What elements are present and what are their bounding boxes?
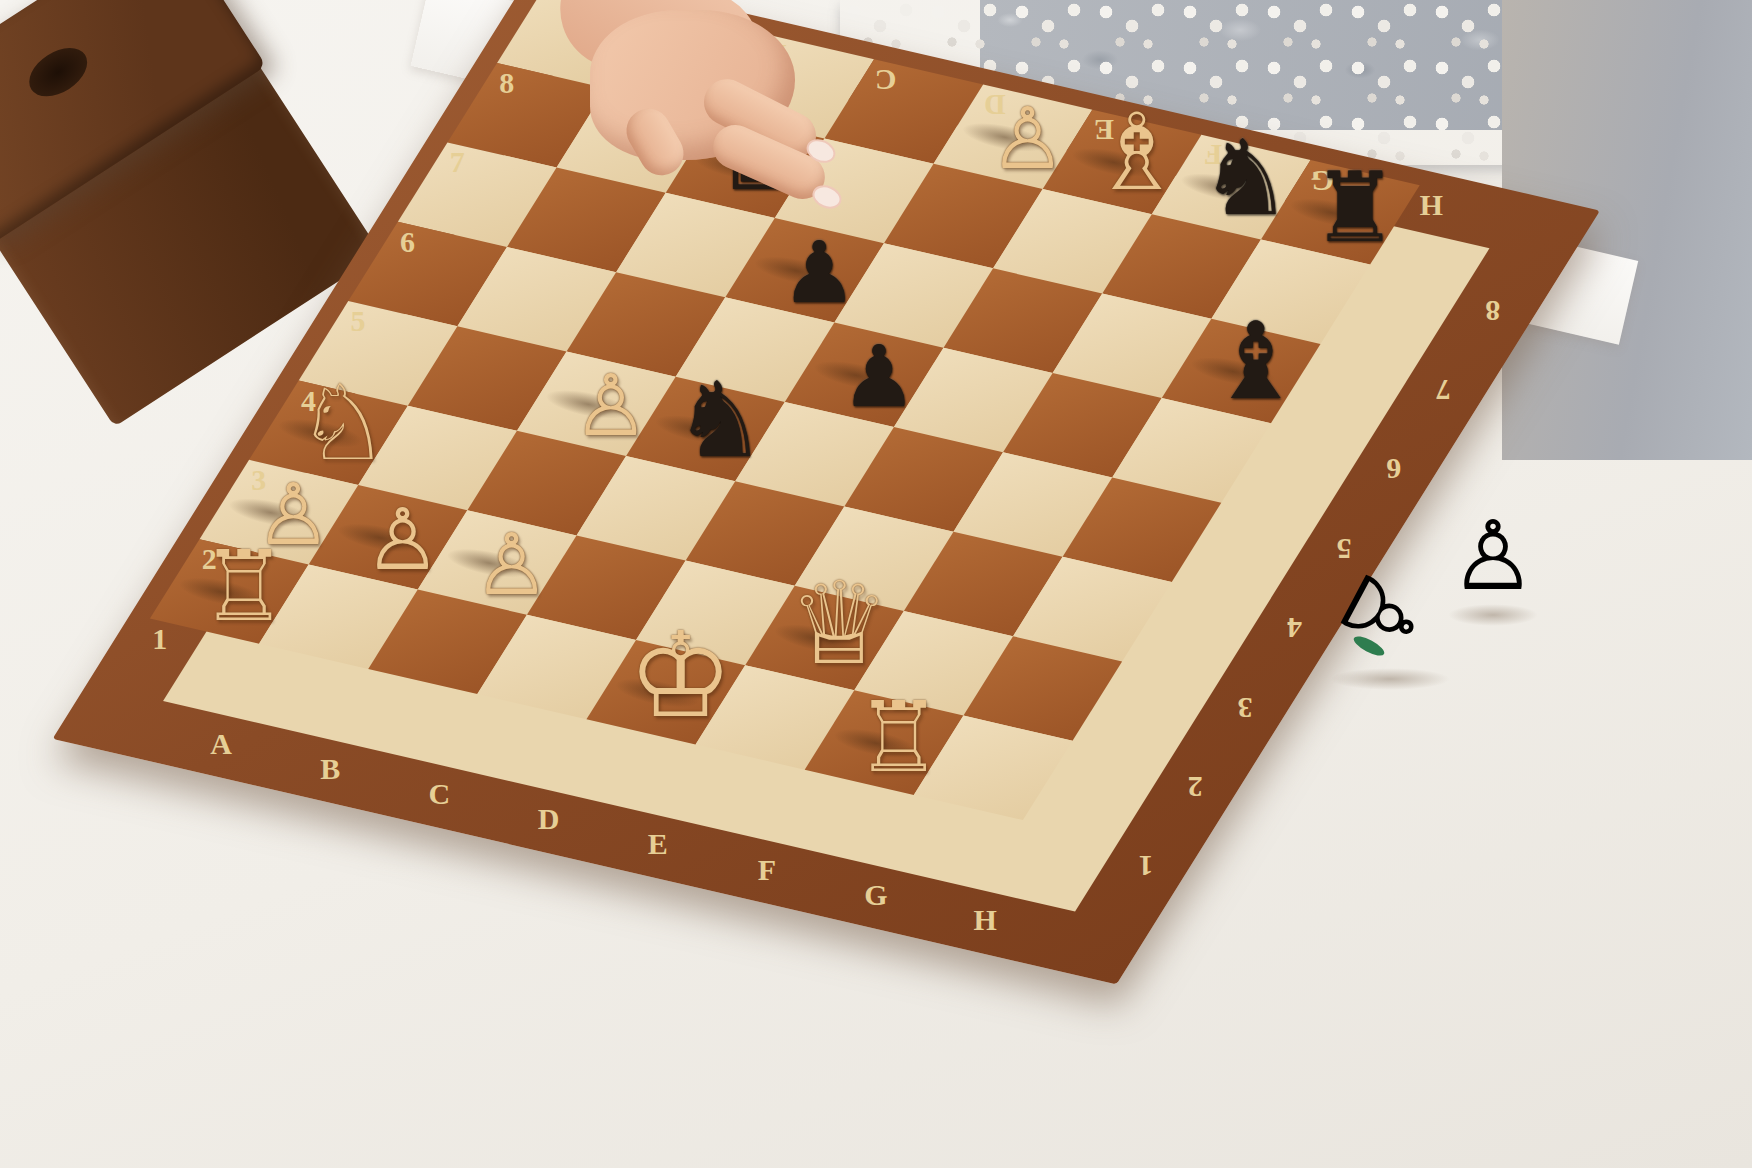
file-label-near-A: A [201, 724, 241, 764]
file-label-near-D: D [529, 799, 569, 839]
black-knight-icon: ♞ [1199, 117, 1292, 239]
rank-label-right-8: 8 [1473, 291, 1513, 331]
white-rook-icon: ♖ [200, 530, 287, 643]
black-pawn-icon: ♟ [841, 327, 917, 426]
white-bishop-icon: ♗ [1089, 91, 1184, 214]
white-rook-icon: ♖ [855, 681, 942, 794]
file-label-near-B: B [310, 749, 350, 789]
white-pawn-icon: ♙ [573, 356, 649, 455]
rank-label-right-2: 2 [1175, 767, 1215, 807]
black-rook-icon: ♜ [1311, 151, 1398, 264]
file-label-near-H: H [965, 900, 1005, 940]
piece-black-knight-d4[interactable]: ♞ [655, 331, 785, 481]
rank-label-right-6: 6 [1374, 449, 1414, 489]
white-pawn-icon: ♙ [474, 515, 550, 614]
rank-label-right-3: 3 [1225, 688, 1265, 728]
piece-black-rook-h8[interactable]: ♜ [1290, 114, 1420, 264]
tipped-pawn-shadow [1330, 668, 1450, 690]
piece-white-pawn-c2[interactable]: ♙ [447, 464, 577, 614]
off-board-pawn-standing[interactable]: white-pawn♙ [1450, 500, 1536, 612]
piece-black-pawn-e5[interactable]: ♟ [814, 276, 944, 426]
rank-label-left-8: 8 [487, 63, 527, 103]
black-bishop-icon: ♝ [1208, 300, 1303, 423]
photo-stage: ♛♙♗♞♜♚♟♝♟♙♞♘♙♙♙♕♖♔♖ AABBCCDDEEFFGGHH8877… [0, 0, 1752, 1168]
black-knight-icon: ♞ [673, 359, 766, 481]
file-label-near-E: E [638, 824, 678, 864]
file-label-near-C: C [419, 774, 459, 814]
piece-white-rook-g1[interactable]: ♖ [834, 644, 964, 794]
file-label-far-C: C [866, 60, 906, 100]
piece-black-bishop-h6[interactable]: ♝ [1191, 273, 1321, 423]
file-label-near-F: F [747, 850, 787, 890]
white-pawn-icon: ♙ [364, 490, 440, 589]
piece-white-rook-a1[interactable]: ♖ [179, 493, 309, 643]
rank-label-right-4: 4 [1274, 608, 1314, 648]
rank-label-right-1: 1 [1126, 846, 1166, 886]
rank-label-left-6: 6 [388, 222, 428, 262]
rank-label-left-1: 1 [140, 619, 180, 659]
rank-label-right-7: 7 [1423, 370, 1463, 410]
piece-white-king-e1[interactable]: ♔ [615, 594, 745, 744]
white-pawn-icon: ♙ [989, 89, 1065, 188]
rank-label-left-7: 7 [437, 142, 477, 182]
file-label-near-G: G [856, 875, 896, 915]
white-king-icon: ♔ [627, 606, 733, 744]
